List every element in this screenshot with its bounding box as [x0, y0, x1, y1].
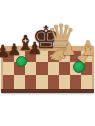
square[interactable] [25, 62, 36, 75]
light-pawn[interactable]: ♟ [61, 41, 76, 58]
square[interactable] [81, 75, 92, 90]
felt-base-light-fallen-piece[interactable] [73, 61, 85, 73]
square[interactable] [25, 75, 36, 90]
square[interactable] [48, 75, 59, 90]
felt-base-dark-fallen-piece[interactable] [16, 56, 27, 67]
square[interactable] [59, 75, 70, 90]
light-bishop[interactable]: ♝ [79, 38, 95, 58]
square[interactable] [3, 62, 14, 75]
square[interactable] [36, 75, 47, 90]
square[interactable] [3, 75, 14, 90]
product-photo-chess-set: ♟ ♟ ♝ ♟ ♚ ♛ ♞ ♟ ♟ ♝ [0, 0, 95, 126]
square[interactable] [14, 75, 25, 90]
square[interactable] [70, 75, 81, 90]
square[interactable] [59, 62, 70, 75]
board-front-edge [1, 89, 94, 93]
